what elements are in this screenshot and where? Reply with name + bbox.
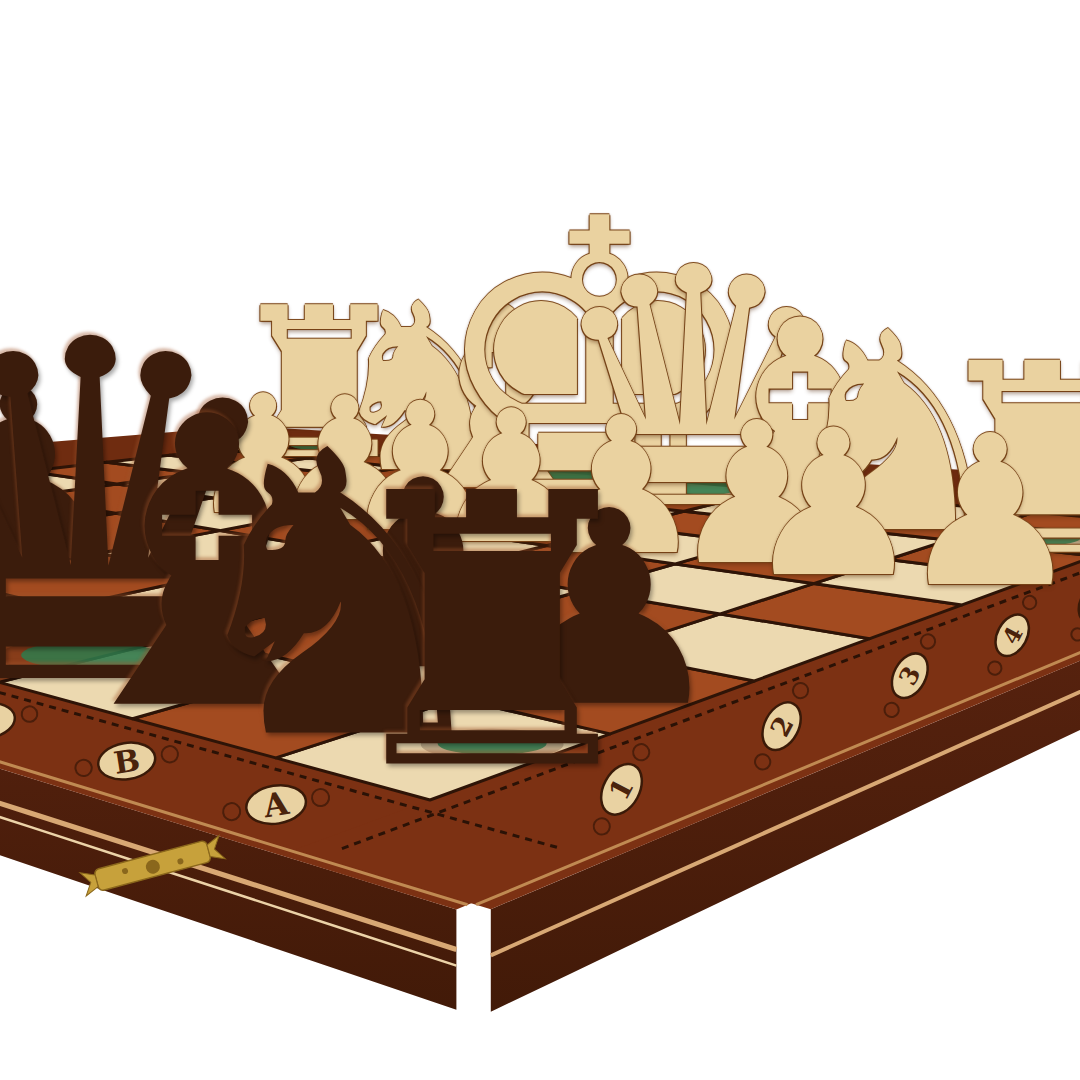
piece-light-pawn-a7[interactable]: ♟ bbox=[897, 408, 1080, 616]
piece-dark-rook-a1[interactable]: ♜ bbox=[324, 445, 661, 821]
chess-set-photo: ABCDEFGH12345678 ♜♞♝♚♛♟♝♟♞♟♟♜♟♟♟♟♟♟♛♝♟♞♜ bbox=[0, 0, 1080, 1080]
